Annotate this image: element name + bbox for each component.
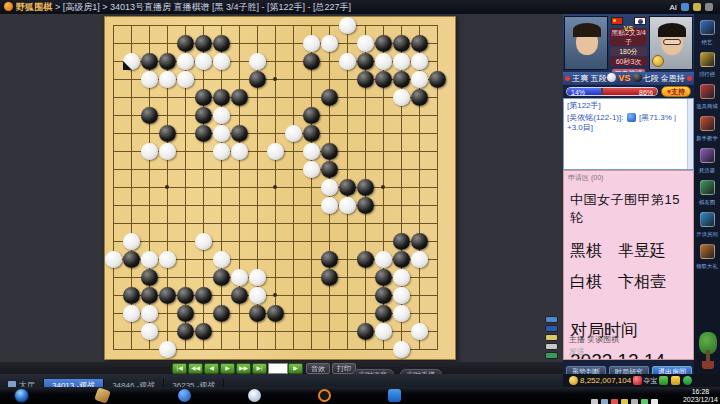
- settings-gear-icon[interactable]: [705, 3, 713, 11]
- black-stone: [141, 269, 158, 286]
- white-stone: [393, 341, 410, 358]
- star-point: [273, 77, 277, 81]
- black-player-name[interactable]: 金恩持: [661, 74, 685, 83]
- black-stone: [213, 89, 230, 106]
- black-stone: [123, 287, 140, 304]
- vs-label: VS: [618, 73, 630, 83]
- white-stone: [267, 143, 284, 160]
- black-stone: [303, 107, 320, 124]
- white-stone: [213, 53, 230, 70]
- white-stone: [249, 287, 266, 304]
- 新手教学-icon[interactable]: [700, 116, 715, 131]
- white-stone: [321, 179, 338, 196]
- move-nav-button[interactable]: ▶▶: [236, 363, 251, 374]
- coin-amount: 8,252,007,104: [580, 376, 631, 385]
- tree-pot: [702, 361, 714, 369]
- taskbar-whale-icon[interactable]: [388, 389, 401, 402]
- sound-button[interactable]: 音效: [306, 363, 330, 374]
- move-nav-button[interactable]: ▶|: [252, 363, 267, 374]
- 道具商城-icon[interactable]: [700, 84, 715, 99]
- taskbar-clock: 16:28 2023/12/14: [683, 388, 718, 404]
- black-stone: [231, 287, 248, 304]
- treasure-gem-icon[interactable]: [633, 376, 642, 385]
- white-stone: [411, 251, 428, 268]
- black-stone: [393, 35, 410, 52]
- announcement-panel: 申请区 (00) 中国女子围甲第15轮 黑棋 芈昱廷 白棋 卞相壹 对局时间 2…: [563, 170, 694, 360]
- tray-icon[interactable]: [611, 399, 618, 404]
- white-player-name[interactable]: 王爽: [572, 74, 588, 83]
- korea-flag-icon: [634, 17, 646, 25]
- white-stone: [411, 323, 428, 340]
- mail-envelope-icon[interactable]: [671, 376, 680, 385]
- black-stone: [177, 305, 194, 322]
- room-tab-bar: 大厅34013 -观战34846 -观战36235 -观战: [0, 374, 563, 387]
- white-stone: [339, 17, 356, 34]
- move-nav-button[interactable]: ◀◀: [188, 363, 203, 374]
- fox-logo-icon: [4, 2, 13, 11]
- white-stone: [321, 35, 338, 52]
- black-stone: [411, 233, 428, 250]
- black-player-line: 黑棋 芈昱廷: [570, 241, 693, 262]
- black-stone: [339, 179, 356, 196]
- black-stone: [195, 89, 212, 106]
- 领取大礼-icon[interactable]: [700, 244, 715, 259]
- white-stone: [213, 125, 230, 142]
- grid-line: [113, 241, 438, 242]
- white-player-rank: 五段: [590, 74, 606, 83]
- black-stone: [195, 287, 212, 304]
- side-icon-label: 死活题: [695, 167, 718, 173]
- clock-time: 16:28: [683, 388, 718, 396]
- black-stone: [357, 71, 374, 88]
- grid-line: [293, 25, 294, 350]
- white-stone: [159, 341, 176, 358]
- game-date: 2023.12.14: [570, 350, 693, 360]
- star-point: [381, 185, 385, 189]
- tray-icon[interactable]: [601, 399, 608, 404]
- fox-go-client-window: 野狐围棋> [高级房1] > 34013号直播房 直播棋谱 [黑 3/4子胜] …: [0, 0, 720, 404]
- black-stone: [231, 125, 248, 142]
- black-stone: [213, 305, 230, 322]
- side-icon-label: 棋友圈: [695, 199, 718, 205]
- black-stone: [393, 233, 410, 250]
- app-logo-text: 野狐围棋: [16, 2, 52, 12]
- black-stone: [375, 305, 392, 322]
- white-stone: [123, 53, 140, 70]
- tray-icon[interactable]: [631, 399, 638, 404]
- black-stone: [321, 161, 338, 178]
- black-stone: [411, 35, 428, 52]
- tray-icon[interactable]: [621, 399, 628, 404]
- taskbar-sogou-icon[interactable]: [178, 389, 191, 402]
- white-stone: [213, 143, 230, 160]
- byoyomi-label: 60秒3次: [610, 57, 647, 66]
- avatar-hair: [658, 23, 686, 37]
- white-stone: [303, 35, 320, 52]
- ai-engine-icon: [627, 113, 636, 122]
- side-icon-label: 领取大礼: [695, 263, 718, 269]
- status-dot-right: [687, 76, 692, 81]
- white-stone: [141, 305, 158, 322]
- side-icon-label: 道具商城: [695, 103, 718, 109]
- match-info-column: VS 黑贴2又3/4子 180分 60秒3次 历史战绩: [609, 16, 648, 70]
- support-button[interactable]: ♥支持: [661, 86, 691, 97]
- grid-line: [113, 205, 438, 206]
- goban-grid[interactable]: [104, 16, 456, 360]
- game-area: |◀◀◀◀▶▶▶▶|▶音效打印 实时语音实时手棋: [0, 14, 563, 374]
- white-stone: [141, 71, 158, 88]
- black-stone: [177, 323, 194, 340]
- black-stone: [375, 287, 392, 304]
- black-stone: [321, 89, 338, 106]
- black-stone: [231, 89, 248, 106]
- side-icon-item[interactable]: 开设房间: [694, 212, 720, 238]
- black-stone: [321, 269, 338, 286]
- status-dot-left: [565, 76, 570, 81]
- white-stone: [123, 305, 140, 322]
- side-icon-label: 新手教学: [695, 135, 718, 141]
- taskbar-game-icon[interactable]: [318, 389, 331, 402]
- black-stone: [357, 179, 374, 196]
- white-stone: [159, 251, 176, 268]
- side-icon-item[interactable]: 棋友圈: [694, 180, 720, 206]
- board-tool-chips: [545, 316, 559, 361]
- white-stone: [393, 287, 410, 304]
- coupon-icon[interactable]: [659, 376, 668, 385]
- black-stone: [141, 287, 158, 304]
- move-number-line: [第122手]: [567, 101, 690, 111]
- white-stone: [321, 197, 338, 214]
- black-stone: [141, 107, 158, 124]
- black-stone: [321, 143, 338, 160]
- white-stone: [393, 305, 410, 322]
- treasure-label[interactable]: 夺宝: [643, 377, 657, 384]
- 排行榜-icon[interactable]: [700, 52, 715, 67]
- white-stone: [375, 53, 392, 70]
- right-panel: VS 黑贴2又3/4子 180分 60秒3次 历史战绩 王爽 五段VS七段 金恩…: [563, 14, 694, 374]
- send-button[interactable]: 发送: [569, 346, 585, 357]
- 开设房间-icon[interactable]: [700, 212, 715, 227]
- move-jump-button[interactable]: ▶: [288, 363, 303, 374]
- white-stone: [195, 233, 212, 250]
- black-stone: [195, 125, 212, 142]
- taskbar-penguin-icon[interactable]: [248, 389, 261, 402]
- black-stone: [177, 35, 194, 52]
- black-stone: [195, 35, 212, 52]
- black-stone: [375, 269, 392, 286]
- message-scrollbar[interactable]: [687, 99, 693, 169]
- black-stone: [303, 125, 320, 142]
- star-point: [273, 293, 277, 297]
- ai-badge: AI: [669, 3, 677, 12]
- black-stone: [411, 89, 428, 106]
- white-stone: [141, 251, 158, 268]
- side-icon-item[interactable]: 死活题: [694, 148, 720, 174]
- grid-line: [113, 223, 438, 224]
- white-stone: [123, 233, 140, 250]
- support-right-percent: 86%: [639, 88, 653, 96]
- avatar-glasses: [663, 39, 681, 45]
- white-stone: [375, 323, 392, 340]
- side-icon-label: 绝艺: [695, 39, 718, 45]
- white-stone: [357, 35, 374, 52]
- speaker-icon[interactable]: [683, 376, 692, 385]
- support-bar[interactable]: 14% 86%: [566, 87, 658, 96]
- board-tool-chip[interactable]: [545, 316, 558, 323]
- titlebar-right-zone: AI: [669, 0, 716, 14]
- start-button-icon[interactable]: [14, 388, 29, 403]
- white-stone: [231, 269, 248, 286]
- side-icon-item[interactable]: 排行榜: [694, 52, 720, 78]
- avatar-hair: [573, 23, 601, 37]
- move-nav-button[interactable]: |◀: [172, 363, 187, 374]
- move-nav-button[interactable]: ◀: [204, 363, 219, 374]
- white-stone: [411, 53, 428, 70]
- white-stone: [411, 71, 428, 88]
- white-stone: [159, 71, 176, 88]
- black-player-rank: 七段: [643, 74, 659, 83]
- window-title: > [高级房1] > 34013号直播房 直播棋谱 [黑 3/4子胜] - [第…: [55, 2, 351, 12]
- white-stone-icon: [607, 73, 616, 82]
- white-stone: [249, 53, 266, 70]
- panel-buttons-row: 形势判断时局研究退出房间: [563, 360, 694, 373]
- black-stone: [195, 107, 212, 124]
- support-left-percent: 14%: [571, 88, 585, 96]
- host-label: 主播 笑谈围棋: [569, 334, 619, 345]
- 绝艺-icon[interactable]: [700, 20, 715, 35]
- player-names-row: 王爽 五段VS七段 金恩持: [563, 72, 694, 85]
- black-stone: [249, 71, 266, 88]
- white-stone: [177, 53, 194, 70]
- side-icon-item[interactable]: 绝艺: [694, 20, 720, 46]
- white-stone: [213, 107, 230, 124]
- move-nav-button[interactable]: ▶: [220, 363, 235, 374]
- support-row: 14% 86% ♥支持: [563, 85, 694, 98]
- taskbar-brush-icon[interactable]: [94, 387, 111, 404]
- last-move-marker: [123, 61, 132, 70]
- black-stone: [249, 305, 266, 322]
- white-stone: [393, 53, 410, 70]
- 死活题-icon[interactable]: [700, 148, 715, 163]
- black-stone: [141, 53, 158, 70]
- star-point: [273, 185, 277, 189]
- board-tool-chip[interactable]: [545, 334, 558, 341]
- black-stone: [393, 71, 410, 88]
- event-title: 中国女子围甲第15轮: [570, 191, 693, 227]
- white-stone: [375, 251, 392, 268]
- white-stone: [177, 71, 194, 88]
- white-stone: [303, 161, 320, 178]
- star-point: [165, 185, 169, 189]
- china-flag-icon: [611, 17, 623, 25]
- black-stone: [177, 287, 194, 304]
- wallet-row: 8,252,007,104夺宝: [563, 374, 720, 387]
- black-stone: [429, 71, 446, 88]
- tray-icon[interactable]: [651, 399, 658, 404]
- white-player-avatar[interactable]: [564, 16, 608, 70]
- white-stone: [141, 143, 158, 160]
- side-icon-strip: 绝艺排行榜道具商城新手教学死活题棋友圈开设房间领取大礼: [694, 14, 720, 374]
- black-stone-icon: [633, 73, 642, 82]
- black-stone: [321, 251, 338, 268]
- title-bar: 野狐围棋> [高级房1] > 34013号直播房 直播棋谱 [黑 3/4子胜] …: [0, 0, 720, 14]
- tree-decoration: [697, 332, 719, 372]
- black-stone: [393, 251, 410, 268]
- white-stone: [339, 53, 356, 70]
- titlebar-tool-icon[interactable]: [681, 3, 689, 11]
- black-stone: [357, 53, 374, 70]
- black-stone: [159, 287, 176, 304]
- black-stone: [213, 269, 230, 286]
- black-stone: [357, 323, 374, 340]
- player-card: VS 黑贴2又3/4子 180分 60秒3次 历史战绩: [563, 14, 694, 72]
- tray-icon[interactable]: [641, 399, 648, 404]
- grid-line: [311, 25, 312, 350]
- board-tool-chip[interactable]: [545, 325, 558, 332]
- black-stone: [357, 197, 374, 214]
- main-time-label: 180分: [610, 47, 647, 56]
- black-stone: [159, 125, 176, 142]
- ai-eval-line: [吴依铭(122-1)]: [黑71.3% | +3.0目]: [567, 113, 690, 133]
- system-tray: [588, 392, 658, 404]
- white-stone: [213, 251, 230, 268]
- white-stone: [249, 269, 266, 286]
- black-stone: [357, 251, 374, 268]
- white-stone: [141, 323, 158, 340]
- windows-taskbar: 16:28 2023/12/14: [0, 387, 720, 404]
- black-stone: [375, 71, 392, 88]
- side-icon-label: 开设房间: [695, 231, 718, 237]
- white-stone: [303, 143, 320, 160]
- white-stone: [105, 251, 122, 268]
- gold-medal-icon: [652, 55, 664, 67]
- black-stone: [213, 35, 230, 52]
- side-icon-label: 排行榜: [695, 71, 718, 77]
- board-tool-chip[interactable]: [545, 352, 558, 359]
- komi-label: 黑贴2又3/4子: [610, 28, 647, 46]
- black-stone: [375, 35, 392, 52]
- commentator-name[interactable]: [吴依铭(122-1)]:: [567, 113, 623, 122]
- black-stone: [303, 53, 320, 70]
- white-stone: [393, 89, 410, 106]
- gold-coin-icon: [569, 376, 578, 385]
- white-stone: [285, 125, 302, 142]
- side-icon-item[interactable]: 新手教学: [694, 116, 720, 142]
- white-stone: [393, 269, 410, 286]
- white-stone: [339, 197, 356, 214]
- black-stone: [195, 323, 212, 340]
- side-icon-item[interactable]: 道具商城: [694, 84, 720, 110]
- black-stone: [159, 53, 176, 70]
- clock-date: 2023/12/14: [683, 396, 718, 404]
- flags-row: VS: [609, 17, 648, 27]
- board-tool-chip[interactable]: [545, 343, 558, 350]
- announcement-header: 申请区 (00): [568, 173, 693, 183]
- black-player-avatar[interactable]: [649, 16, 693, 70]
- white-stone: [231, 143, 248, 160]
- white-player-line: 白棋 卞相壹: [570, 272, 693, 293]
- titlebar-tool-icon[interactable]: [693, 3, 701, 11]
- 棋友圈-icon[interactable]: [700, 180, 715, 195]
- white-stone: [159, 143, 176, 160]
- white-stone: [195, 53, 212, 70]
- move-number-input[interactable]: [268, 363, 288, 374]
- black-stone: [267, 305, 284, 322]
- move-message-panel[interactable]: [第122手] [吴依铭(122-1)]: [黑71.3% | +3.0目]: [563, 98, 694, 170]
- black-stone: [123, 251, 140, 268]
- side-icon-item[interactable]: 领取大礼: [694, 244, 720, 270]
- tray-icon[interactable]: [591, 399, 598, 404]
